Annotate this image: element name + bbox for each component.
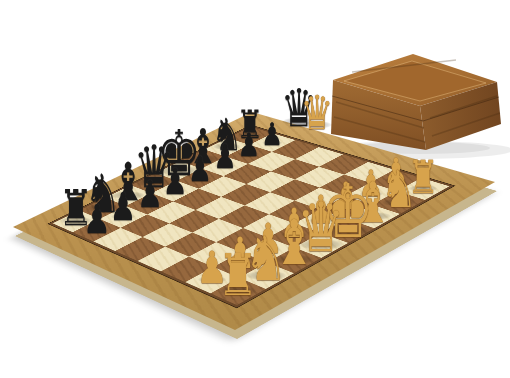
chess-set-scene: ♜♞♝♛♚♝♞♜♟♟♟♟♟♟♟♟♟♟♟♟♟♟♟♟♜♞♝♛♚♝♞♜♛♛ (0, 0, 510, 378)
